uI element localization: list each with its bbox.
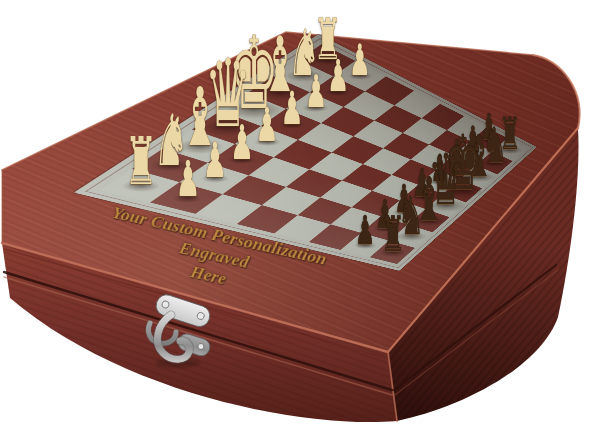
chess-gift-box-photo: Your Custom Personalization Engraved Her… [0,0,600,436]
